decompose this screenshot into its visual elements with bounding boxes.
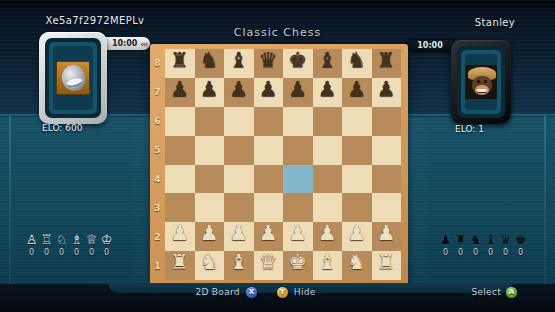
white-bishop: ♝ [318,252,337,273]
white-pawn: ♟ [347,223,366,244]
square-c6[interactable] [224,107,254,136]
black-pawn: ♟ [200,79,219,100]
square-b3[interactable] [195,193,225,222]
square-h4[interactable] [372,165,402,194]
square-f2[interactable]: ♟ [313,222,343,251]
black-pawn: ♟ [347,79,366,100]
square-g6[interactable] [342,107,372,136]
black-king: ♚ [288,50,307,71]
x-button-icon[interactable]: X [246,287,257,298]
white-pawn: ♟ [170,223,189,244]
chess-board-grid: ♜♞♝♛♚♝♞♜♟♟♟♟♟♟♟♟♟♟♟♟♟♟♟♟♜♞♝♛♚♝♞♜ [165,49,401,280]
white-pawn: ♟ [288,223,307,244]
black-tray-count: 0 [498,248,513,257]
white-player-name: Xe5a7f2972MEPLv [20,15,170,26]
white-tray-piece-icon: ♕ [84,232,99,247]
square-g5[interactable] [342,136,372,165]
square-d3[interactable] [254,193,284,222]
white-card-inner [45,38,101,118]
square-f5[interactable] [313,136,343,165]
square-b6[interactable] [195,107,225,136]
black-pawn: ♟ [259,79,278,100]
square-g4[interactable] [342,165,372,194]
white-tray-piece-icon: ♙ [24,232,39,247]
black-rook: ♜ [170,50,189,71]
black-tray-counts: 000000 [438,248,528,257]
square-e6[interactable] [283,107,313,136]
square-h1[interactable]: ♜ [372,251,402,280]
white-queen: ♛ [259,252,278,273]
black-bishop: ♝ [318,50,337,71]
white-tray-count: 0 [99,248,114,257]
square-c7[interactable]: ♟ [224,78,254,107]
square-h5[interactable] [372,136,402,165]
white-king: ♚ [288,252,307,273]
white-rook: ♜ [170,252,189,273]
square-b1[interactable]: ♞ [195,251,225,280]
center-hints: 2D Board X Y Hide [0,285,533,299]
black-pawn: ♟ [170,79,189,100]
square-f6[interactable] [313,107,343,136]
white-tray-counts: 000000 [24,248,114,257]
square-a7[interactable]: ♟ [165,78,195,107]
white-tray-count: 0 [39,248,54,257]
rank-label-3: 3 [150,193,165,222]
rank-label-8: 8 [150,49,165,78]
black-clock: 10:00 [406,39,454,52]
white-avatar-card [39,32,107,124]
black-tray-piece-icon: ♜ [453,232,468,247]
black-clock-time: 10:00 [417,41,442,50]
square-f1[interactable]: ♝ [313,251,343,280]
white-pawn: ♟ [229,223,248,244]
chess-board: 87654321 ♜♞♝♛♚♝♞♜♟♟♟♟♟♟♟♟♟♟♟♟♟♟♟♟♜♞♝♛♚♝♞… [150,44,408,288]
rank-label-5: 5 [150,136,165,165]
black-knight: ♞ [347,50,366,71]
square-h6[interactable] [372,107,402,136]
game-screen: Classic Chess Xe5a7f2972MEPLv 10:00 ‹‹‹ … [0,0,555,312]
square-e5[interactable] [283,136,313,165]
black-rook: ♜ [377,50,396,71]
white-bishop: ♝ [229,252,248,273]
white-clock-time: 10:00 [112,39,137,48]
square-e3[interactable] [283,193,313,222]
black-tray-count: 0 [438,248,453,257]
square-g1[interactable]: ♞ [342,251,372,280]
black-queen: ♛ [259,50,278,71]
square-e7[interactable]: ♟ [283,78,313,107]
square-b2[interactable]: ♟ [195,222,225,251]
white-tray-piece-icon: ♖ [39,232,54,247]
black-pawn: ♟ [288,79,307,100]
black-tray-piece-icon: ♝ [483,232,498,247]
square-h7[interactable]: ♟ [372,78,402,107]
black-pawn: ♟ [377,79,396,100]
a-button-icon[interactable]: A [506,287,517,298]
square-f7[interactable]: ♟ [313,78,343,107]
white-tray-piece-icon: ♔ [99,232,114,247]
select-label: Select [471,287,501,297]
white-tray-count: 0 [24,248,39,257]
square-d7[interactable]: ♟ [254,78,284,107]
white-pawn: ♟ [200,223,219,244]
square-g8[interactable]: ♞ [342,49,372,78]
black-pawn: ♟ [318,79,337,100]
select-hint: Select A [471,285,517,299]
square-d4[interactable] [254,165,284,194]
white-rook: ♜ [377,252,396,273]
square-b5[interactable] [195,136,225,165]
black-tray-piece-icon: ♚ [513,232,528,247]
black-tray-piece-icon: ♛ [498,232,513,247]
square-a2[interactable]: ♟ [165,222,195,251]
square-d2[interactable]: ♟ [254,222,284,251]
active-turn-indicator-icon: ‹‹‹ [140,39,147,49]
square-g3[interactable] [342,193,372,222]
black-tray-piece-icon: ♞ [468,232,483,247]
square-d8[interactable]: ♛ [254,49,284,78]
square-d1[interactable]: ♛ [254,251,284,280]
square-c8[interactable]: ♝ [224,49,254,78]
square-g7[interactable]: ♟ [342,78,372,107]
rank-label-7: 7 [150,78,165,107]
black-card-inner [457,46,505,118]
square-e2[interactable]: ♟ [283,222,313,251]
black-player-name: Stanley [440,17,550,28]
square-d5[interactable] [254,136,284,165]
square-b4[interactable] [195,165,225,194]
rank-label-4: 4 [150,165,165,194]
left-edge-divider [9,116,11,286]
black-pawn: ♟ [229,79,248,100]
black-tray-piece-icon: ♟ [438,232,453,247]
white-elo-label: ELO: 600 [42,123,82,133]
white-tray-count: 0 [54,248,69,257]
square-c1[interactable]: ♝ [224,251,254,280]
square-h8[interactable]: ♜ [372,49,402,78]
board-2d-label: 2D Board [195,287,239,297]
black-avatar-card [451,40,511,124]
rank-label-2: 2 [150,222,165,251]
white-pawn: ♟ [377,223,396,244]
white-tray-icons: ♙♖♘♗♕♔ [24,232,114,247]
black-gamerpic-icon [465,65,497,99]
black-tray-count: 0 [468,248,483,257]
white-tray-count: 0 [84,248,99,257]
white-gamerpic-icon [56,61,90,95]
square-c3[interactable] [224,193,254,222]
square-c5[interactable] [224,136,254,165]
white-tray-piece-icon: ♗ [69,232,84,247]
square-a1[interactable]: ♜ [165,251,195,280]
black-elo-label: ELO: 1 [455,124,484,134]
square-h3[interactable] [372,193,402,222]
white-pawn: ♟ [259,223,278,244]
square-a3[interactable] [165,193,195,222]
hide-label: Hide [294,287,316,297]
square-e1[interactable]: ♚ [283,251,313,280]
square-h2[interactable]: ♟ [372,222,402,251]
white-knight: ♞ [200,252,219,273]
square-f4[interactable] [313,165,343,194]
white-tray-piece-icon: ♘ [54,232,69,247]
square-b8[interactable]: ♞ [195,49,225,78]
black-knight: ♞ [200,50,219,71]
black-tray-icons: ♟♜♞♝♛♚ [438,232,528,247]
square-e4[interactable] [283,165,313,194]
square-f8[interactable]: ♝ [313,49,343,78]
right-edge-divider [544,116,546,286]
rank-label-1: 1 [150,251,165,280]
square-d6[interactable] [254,107,284,136]
square-a8[interactable]: ♜ [165,49,195,78]
y-button-icon[interactable]: Y [277,287,288,298]
white-pawn: ♟ [318,223,337,244]
square-f3[interactable] [313,193,343,222]
square-g2[interactable]: ♟ [342,222,372,251]
black-tray-count: 0 [453,248,468,257]
square-e8[interactable]: ♚ [283,49,313,78]
square-c4[interactable] [224,165,254,194]
rank-labels: 87654321 [150,49,165,280]
white-captured-tray: ♙♖♘♗♕♔ 000000 [24,232,114,257]
square-a5[interactable] [165,136,195,165]
white-tray-count: 0 [69,248,84,257]
black-captured-tray: ♟♜♞♝♛♚ 000000 [438,232,528,257]
square-c2[interactable]: ♟ [224,222,254,251]
rank-label-6: 6 [150,107,165,136]
square-a6[interactable] [165,107,195,136]
black-bishop: ♝ [229,50,248,71]
black-tray-count: 0 [483,248,498,257]
square-a4[interactable] [165,165,195,194]
white-knight: ♞ [347,252,366,273]
black-tray-count: 0 [513,248,528,257]
square-b7[interactable]: ♟ [195,78,225,107]
